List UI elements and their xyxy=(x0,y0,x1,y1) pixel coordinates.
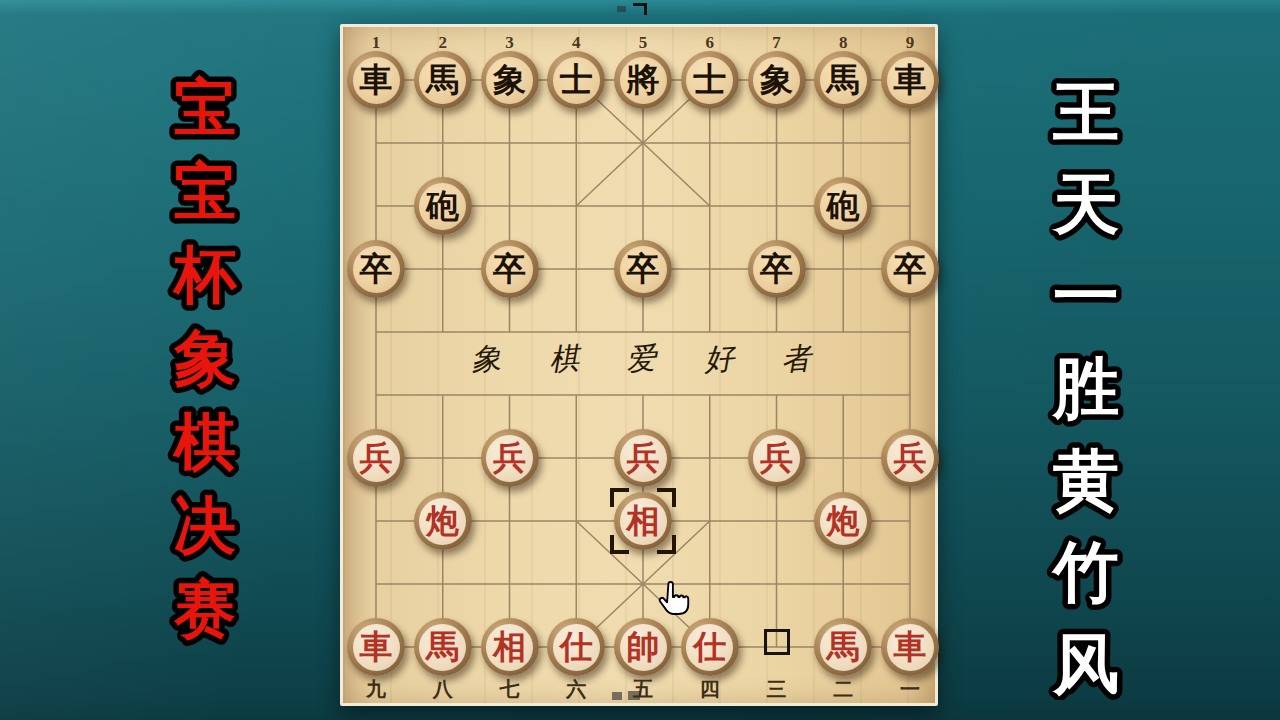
file-label-bottom: 三 xyxy=(767,676,787,703)
piece-glyph: 象 xyxy=(760,64,793,97)
piece-glyph: 炮 xyxy=(426,505,459,538)
banner-char: 胜 xyxy=(1051,351,1119,425)
last-move-origin-marker xyxy=(764,629,790,655)
file-label-top: 9 xyxy=(906,33,915,53)
file-label-bottom: 八 xyxy=(433,676,453,703)
red-piece-馬[interactable]: 馬 xyxy=(814,618,872,676)
black-piece-馬[interactable]: 馬 xyxy=(414,51,472,109)
file-label-bottom: 二 xyxy=(833,676,853,703)
banner-char: 赛 xyxy=(173,574,236,643)
black-piece-象[interactable]: 象 xyxy=(748,51,806,109)
black-piece-卒[interactable]: 卒 xyxy=(614,240,672,298)
piece-glyph: 卒 xyxy=(760,253,793,286)
river-char: 棋 xyxy=(547,338,580,381)
banner-char: 宝 xyxy=(174,157,236,226)
red-piece-仕[interactable]: 仕 xyxy=(547,618,605,676)
banner-char: 棋 xyxy=(172,407,236,476)
black-piece-車[interactable]: 車 xyxy=(347,51,405,109)
cropped-overlay-glyph xyxy=(633,3,647,15)
left-tournament-banner: 宝 宝 杯 象 棋 决 赛 xyxy=(140,65,270,655)
banner-char: 决 xyxy=(174,491,236,560)
black-piece-車[interactable]: 車 xyxy=(881,51,939,109)
piece-glyph: 卒 xyxy=(360,253,393,286)
piece-glyph: 仕 xyxy=(560,631,593,664)
piece-glyph: 兵 xyxy=(894,442,927,475)
file-label-top: 8 xyxy=(839,33,848,53)
red-piece-兵[interactable]: 兵 xyxy=(881,429,939,487)
black-piece-象[interactable]: 象 xyxy=(481,51,539,109)
cropped-overlay-glyph xyxy=(612,692,622,700)
piece-glyph: 兵 xyxy=(627,442,660,475)
banner-char: 王 xyxy=(1052,75,1119,149)
piece-glyph: 馬 xyxy=(426,631,459,664)
file-label-top: 6 xyxy=(706,33,715,53)
black-piece-馬[interactable]: 馬 xyxy=(814,51,872,109)
file-label-top: 1 xyxy=(372,33,381,53)
black-piece-卒[interactable]: 卒 xyxy=(347,240,405,298)
banner-char: 一 xyxy=(1053,259,1119,333)
right-result-banner: 王 天 一 胜 黄 竹 风 xyxy=(1020,70,1152,700)
file-label-top: 2 xyxy=(439,33,448,53)
red-piece-仕[interactable]: 仕 xyxy=(681,618,739,676)
banner-char: 竹 xyxy=(1051,535,1119,609)
banner-char: 宝 xyxy=(174,73,236,142)
piece-glyph: 炮 xyxy=(827,505,860,538)
red-piece-相[interactable]: 相 xyxy=(614,492,672,550)
black-piece-砲[interactable]: 砲 xyxy=(814,177,872,235)
red-piece-炮[interactable]: 炮 xyxy=(414,492,472,550)
piece-glyph: 砲 xyxy=(827,190,860,223)
banner-char: 天 xyxy=(1051,167,1119,241)
file-label-top: 7 xyxy=(772,33,781,53)
red-piece-車[interactable]: 車 xyxy=(347,618,405,676)
red-piece-兵[interactable]: 兵 xyxy=(748,429,806,487)
piece-glyph: 車 xyxy=(360,64,393,97)
piece-glyph: 卒 xyxy=(894,253,927,286)
piece-glyph: 車 xyxy=(360,631,393,664)
river-char: 象 xyxy=(470,338,503,381)
piece-glyph: 車 xyxy=(894,64,927,97)
piece-glyph: 仕 xyxy=(693,631,726,664)
red-piece-炮[interactable]: 炮 xyxy=(814,492,872,550)
xiangqi-board[interactable]: 123456789 象棋爱好者 車馬象士將士象馬車砲砲卒卒卒卒卒兵兵兵兵兵炮相炮… xyxy=(340,24,938,706)
red-piece-馬[interactable]: 馬 xyxy=(414,618,472,676)
black-piece-士[interactable]: 士 xyxy=(547,51,605,109)
piece-glyph: 馬 xyxy=(827,64,860,97)
banner-char: 黄 xyxy=(1053,443,1119,517)
red-piece-兵[interactable]: 兵 xyxy=(347,429,405,487)
file-label-bottom: 四 xyxy=(700,676,720,703)
red-piece-車[interactable]: 車 xyxy=(881,618,939,676)
red-piece-兵[interactable]: 兵 xyxy=(481,429,539,487)
file-label-bottom: 七 xyxy=(500,676,520,703)
piece-glyph: 卒 xyxy=(627,253,660,286)
file-label-bottom: 九 xyxy=(366,676,386,703)
file-label-bottom: 六 xyxy=(566,676,586,703)
red-piece-兵[interactable]: 兵 xyxy=(614,429,672,487)
black-piece-將[interactable]: 將 xyxy=(614,51,672,109)
banner-char: 风 xyxy=(1052,627,1119,700)
banner-char: 象 xyxy=(173,324,236,393)
black-piece-卒[interactable]: 卒 xyxy=(748,240,806,298)
black-piece-卒[interactable]: 卒 xyxy=(481,240,539,298)
banner-char: 杯 xyxy=(172,240,238,309)
piece-glyph: 士 xyxy=(693,64,726,97)
cropped-overlay-glyph xyxy=(617,6,626,12)
scene-background: 宝 宝 杯 象 棋 决 赛 王 天 一 胜 黄 竹 风 123456789 象棋… xyxy=(0,0,1280,720)
piece-glyph: 砲 xyxy=(426,190,459,223)
file-label-top: 5 xyxy=(639,33,648,53)
piece-glyph: 兵 xyxy=(760,442,793,475)
piece-glyph: 帥 xyxy=(627,631,660,664)
piece-glyph: 將 xyxy=(627,64,660,97)
red-piece-相[interactable]: 相 xyxy=(481,618,539,676)
piece-glyph: 相 xyxy=(493,631,526,664)
black-piece-砲[interactable]: 砲 xyxy=(414,177,472,235)
file-label-bottom: 一 xyxy=(900,676,920,703)
file-label-top: 4 xyxy=(572,33,581,53)
cropped-overlay-glyph xyxy=(628,691,640,700)
river-char: 者 xyxy=(780,338,813,381)
piece-glyph: 士 xyxy=(560,64,593,97)
red-piece-帥[interactable]: 帥 xyxy=(614,618,672,676)
piece-glyph: 馬 xyxy=(426,64,459,97)
piece-glyph: 象 xyxy=(493,64,526,97)
piece-glyph: 車 xyxy=(894,631,927,664)
piece-glyph: 卒 xyxy=(493,253,526,286)
river-char: 好 xyxy=(702,338,735,381)
piece-glyph: 兵 xyxy=(493,442,526,475)
file-label-top: 3 xyxy=(505,33,514,53)
piece-glyph: 兵 xyxy=(360,442,393,475)
river-inscription: 象棋爱好者 xyxy=(471,341,811,377)
piece-glyph: 馬 xyxy=(827,631,860,664)
black-piece-卒[interactable]: 卒 xyxy=(881,240,939,298)
river-char: 爱 xyxy=(625,338,658,381)
piece-glyph: 相 xyxy=(627,505,660,538)
black-piece-士[interactable]: 士 xyxy=(681,51,739,109)
